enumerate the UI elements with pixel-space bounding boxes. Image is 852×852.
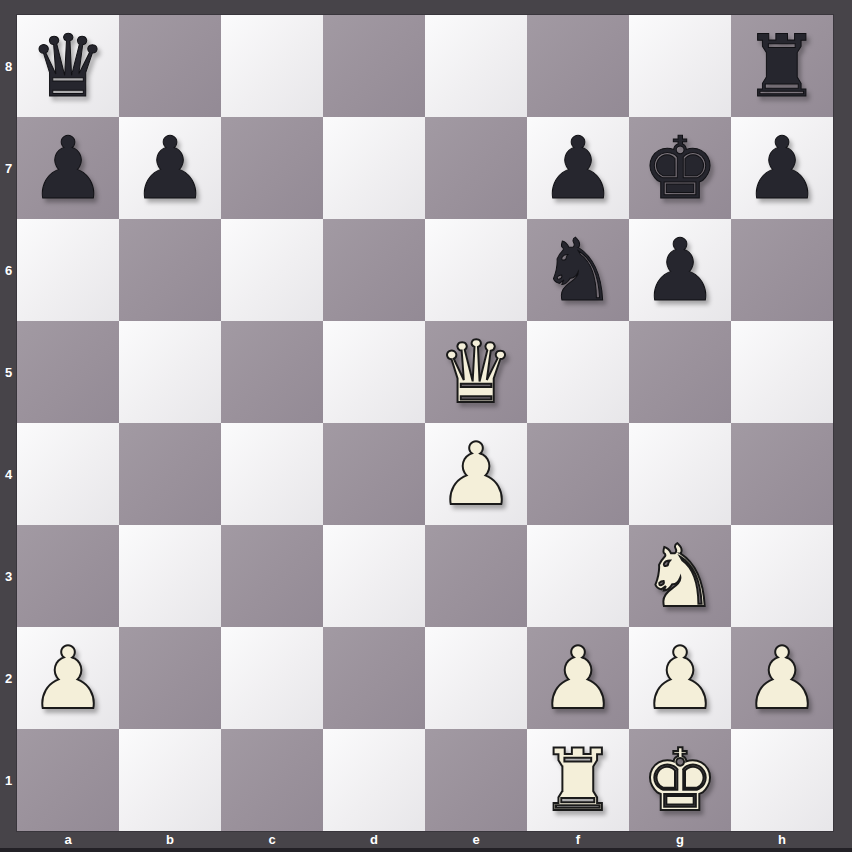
square-b2[interactable] <box>119 627 221 729</box>
black-pawn-f7: ♟ <box>539 125 616 211</box>
rank-label-6: 6 <box>0 219 17 321</box>
square-a7[interactable]: ♟ <box>17 117 119 219</box>
white-pawn-f2: ♟ <box>539 635 616 721</box>
white-pawn-h2: ♟ <box>743 635 820 721</box>
square-h7[interactable]: ♟ <box>731 117 833 219</box>
square-h3[interactable] <box>731 525 833 627</box>
square-a4[interactable] <box>17 423 119 525</box>
square-e4[interactable]: ♟ <box>425 423 527 525</box>
square-d5[interactable] <box>323 321 425 423</box>
square-a5[interactable] <box>17 321 119 423</box>
black-pawn-g6: ♟ <box>641 227 718 313</box>
rank-labels: 87654321 <box>0 15 17 831</box>
file-label-c: c <box>221 831 323 848</box>
white-pawn-g2: ♟ <box>641 635 718 721</box>
square-g6[interactable]: ♟ <box>629 219 731 321</box>
square-f5[interactable] <box>527 321 629 423</box>
square-a1[interactable] <box>17 729 119 831</box>
chess-board: ♛♜♟♟♟♚♟♞♟♛♟♞♟♟♟♟♜♚ <box>17 15 833 831</box>
square-g1[interactable]: ♚ <box>629 729 731 831</box>
rank-label-2: 2 <box>0 627 17 729</box>
white-knight-g3: ♞ <box>641 533 718 619</box>
square-a6[interactable] <box>17 219 119 321</box>
rank-label-3: 3 <box>0 525 17 627</box>
file-label-e: e <box>425 831 527 848</box>
square-b3[interactable] <box>119 525 221 627</box>
square-b1[interactable] <box>119 729 221 831</box>
square-a8[interactable]: ♛ <box>17 15 119 117</box>
white-rook-f1: ♜ <box>539 737 616 823</box>
square-e2[interactable] <box>425 627 527 729</box>
black-king-g7: ♚ <box>641 125 718 211</box>
chess-board-frame: 87654321 ♛♜♟♟♟♚♟♞♟♛♟♞♟♟♟♟♜♚ abcdefgh <box>0 0 852 852</box>
black-knight-f6: ♞ <box>539 227 616 313</box>
square-d4[interactable] <box>323 423 425 525</box>
white-pawn-a2: ♟ <box>29 635 106 721</box>
square-e6[interactable] <box>425 219 527 321</box>
square-b7[interactable]: ♟ <box>119 117 221 219</box>
square-c6[interactable] <box>221 219 323 321</box>
file-label-g: g <box>629 831 731 848</box>
square-c2[interactable] <box>221 627 323 729</box>
white-queen-e5: ♛ <box>437 329 514 415</box>
square-g5[interactable] <box>629 321 731 423</box>
file-labels: abcdefgh <box>17 831 833 848</box>
square-f1[interactable]: ♜ <box>527 729 629 831</box>
square-d1[interactable] <box>323 729 425 831</box>
square-f3[interactable] <box>527 525 629 627</box>
black-rook-h8: ♜ <box>743 23 820 109</box>
square-c7[interactable] <box>221 117 323 219</box>
square-f2[interactable]: ♟ <box>527 627 629 729</box>
square-f7[interactable]: ♟ <box>527 117 629 219</box>
square-d3[interactable] <box>323 525 425 627</box>
square-h6[interactable] <box>731 219 833 321</box>
square-d8[interactable] <box>323 15 425 117</box>
square-b6[interactable] <box>119 219 221 321</box>
square-g4[interactable] <box>629 423 731 525</box>
rank-label-7: 7 <box>0 117 17 219</box>
square-f8[interactable] <box>527 15 629 117</box>
rank-label-8: 8 <box>0 15 17 117</box>
square-f6[interactable]: ♞ <box>527 219 629 321</box>
black-pawn-h7: ♟ <box>743 125 820 211</box>
white-king-g1: ♚ <box>641 737 718 823</box>
square-a2[interactable]: ♟ <box>17 627 119 729</box>
file-label-h: h <box>731 831 833 848</box>
file-label-d: d <box>323 831 425 848</box>
square-f4[interactable] <box>527 423 629 525</box>
rank-label-1: 1 <box>0 729 17 831</box>
black-queen-a8: ♛ <box>29 23 106 109</box>
square-b4[interactable] <box>119 423 221 525</box>
file-label-a: a <box>17 831 119 848</box>
white-pawn-e4: ♟ <box>437 431 514 517</box>
square-h5[interactable] <box>731 321 833 423</box>
square-c8[interactable] <box>221 15 323 117</box>
square-d2[interactable] <box>323 627 425 729</box>
black-pawn-a7: ♟ <box>29 125 106 211</box>
square-g7[interactable]: ♚ <box>629 117 731 219</box>
square-d6[interactable] <box>323 219 425 321</box>
square-a3[interactable] <box>17 525 119 627</box>
square-c3[interactable] <box>221 525 323 627</box>
square-c5[interactable] <box>221 321 323 423</box>
square-e5[interactable]: ♛ <box>425 321 527 423</box>
square-c1[interactable] <box>221 729 323 831</box>
square-b8[interactable] <box>119 15 221 117</box>
square-g3[interactable]: ♞ <box>629 525 731 627</box>
black-pawn-b7: ♟ <box>131 125 208 211</box>
square-g2[interactable]: ♟ <box>629 627 731 729</box>
square-e7[interactable] <box>425 117 527 219</box>
rank-label-4: 4 <box>0 423 17 525</box>
square-e1[interactable] <box>425 729 527 831</box>
rank-label-5: 5 <box>0 321 17 423</box>
square-h2[interactable]: ♟ <box>731 627 833 729</box>
square-g8[interactable] <box>629 15 731 117</box>
square-h4[interactable] <box>731 423 833 525</box>
square-c4[interactable] <box>221 423 323 525</box>
file-label-f: f <box>527 831 629 848</box>
file-label-b: b <box>119 831 221 848</box>
square-h8[interactable]: ♜ <box>731 15 833 117</box>
square-h1[interactable] <box>731 729 833 831</box>
square-e8[interactable] <box>425 15 527 117</box>
square-b5[interactable] <box>119 321 221 423</box>
square-e3[interactable] <box>425 525 527 627</box>
square-d7[interactable] <box>323 117 425 219</box>
